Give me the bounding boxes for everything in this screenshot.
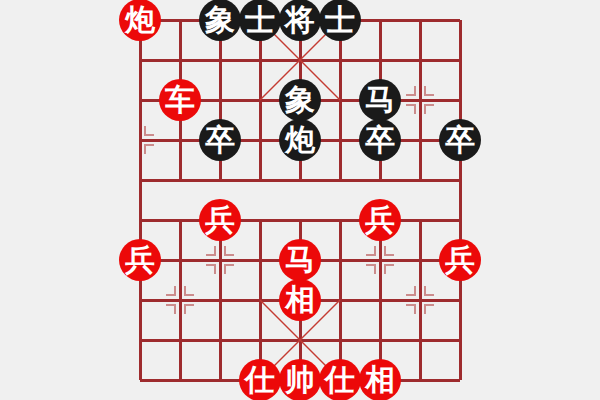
piece-red-elephant[interactable]: 相 — [359, 359, 401, 400]
piece-black-general[interactable]: 将 — [279, 0, 321, 41]
piece-red-elephant[interactable]: 相 — [279, 279, 321, 321]
piece-black-advisor[interactable]: 士 — [239, 0, 281, 41]
piece-red-soldier[interactable]: 兵 — [119, 239, 161, 281]
piece-black-soldier[interactable]: 卒 — [439, 119, 481, 161]
piece-red-soldier[interactable]: 兵 — [359, 199, 401, 241]
piece-red-advisor[interactable]: 仕 — [319, 359, 361, 400]
pieces-layer: 炮象士将士车象马卒炮卒卒兵兵兵马兵相仕帅仕相 — [0, 0, 600, 400]
piece-red-advisor[interactable]: 仕 — [239, 359, 281, 400]
piece-black-cannon[interactable]: 炮 — [279, 119, 321, 161]
piece-red-horse[interactable]: 马 — [279, 239, 321, 281]
piece-red-cannon[interactable]: 炮 — [119, 0, 161, 41]
xiangqi-board: 炮象士将士车象马卒炮卒卒兵兵兵马兵相仕帅仕相 — [0, 0, 600, 400]
piece-black-advisor[interactable]: 士 — [319, 0, 361, 41]
piece-black-horse[interactable]: 马 — [359, 79, 401, 121]
piece-red-soldier[interactable]: 兵 — [199, 199, 241, 241]
piece-red-general[interactable]: 帅 — [279, 359, 321, 400]
piece-black-soldier[interactable]: 卒 — [359, 119, 401, 161]
piece-black-elephant[interactable]: 象 — [199, 0, 241, 41]
piece-red-soldier[interactable]: 兵 — [439, 239, 481, 281]
piece-black-elephant[interactable]: 象 — [279, 79, 321, 121]
piece-black-soldier[interactable]: 卒 — [199, 119, 241, 161]
piece-red-chariot[interactable]: 车 — [159, 79, 201, 121]
